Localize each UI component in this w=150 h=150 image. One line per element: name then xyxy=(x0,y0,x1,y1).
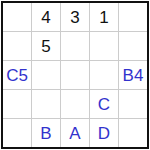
cell-r3c2[interactable] xyxy=(32,61,60,89)
cell-r4c2[interactable] xyxy=(32,90,60,118)
cell-r5c3[interactable]: A xyxy=(61,119,89,147)
cell-r4c4[interactable]: C xyxy=(90,90,118,118)
puzzle-board: 4315C5B4CBAD xyxy=(1,1,149,149)
cell-r3c3[interactable] xyxy=(61,61,89,89)
cell-r3c4[interactable] xyxy=(90,61,118,89)
cell-r2c1[interactable] xyxy=(3,32,31,60)
cell-r4c3[interactable] xyxy=(61,90,89,118)
cell-r1c2[interactable]: 4 xyxy=(32,3,60,31)
cell-r2c5[interactable] xyxy=(119,32,147,60)
cell-r1c4[interactable]: 1 xyxy=(90,3,118,31)
cell-r5c1[interactable] xyxy=(3,119,31,147)
cell-r2c3[interactable] xyxy=(61,32,89,60)
cell-r5c5[interactable] xyxy=(119,119,147,147)
cell-r5c2[interactable]: B xyxy=(32,119,60,147)
cell-r2c4[interactable] xyxy=(90,32,118,60)
cell-r3c5[interactable]: B4 xyxy=(119,61,147,89)
cell-r2c2[interactable]: 5 xyxy=(32,32,60,60)
cell-r4c1[interactable] xyxy=(3,90,31,118)
cell-r5c4[interactable]: D xyxy=(90,119,118,147)
cell-r1c1[interactable] xyxy=(3,3,31,31)
puzzle-board-wrapper: 4315C5B4CBAD xyxy=(0,0,150,150)
cell-r1c5[interactable] xyxy=(119,3,147,31)
cell-r1c3[interactable]: 3 xyxy=(61,3,89,31)
cell-r3c1[interactable]: C5 xyxy=(3,61,31,89)
cell-r4c5[interactable] xyxy=(119,90,147,118)
